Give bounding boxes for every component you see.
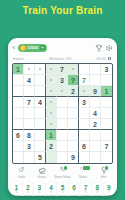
- cell-r2c7[interactable]: 7: [79, 75, 90, 86]
- eraser-icon: [38, 166, 46, 174]
- cell-r1c6[interactable]: [68, 64, 79, 75]
- cell-r6c4[interactable]: [46, 119, 57, 130]
- cell-r3c9[interactable]: 1: [101, 86, 112, 97]
- cell-r9c7[interactable]: [79, 152, 90, 163]
- cell-r8c7[interactable]: 6: [79, 141, 90, 152]
- cell-r8c5[interactable]: [57, 141, 68, 152]
- cell-r8c8[interactable]: [90, 141, 101, 152]
- cell-r3c6[interactable]: 2: [68, 86, 79, 97]
- erase-button[interactable]: Erase: [33, 166, 52, 181]
- cell-r5c2[interactable]: [24, 108, 35, 119]
- key-remaining-count: 7: [108, 191, 110, 195]
- cell-r5c6[interactable]: [68, 108, 79, 119]
- key-remaining-count: 7: [73, 191, 75, 195]
- back-icon[interactable]: ‹: [12, 43, 16, 52]
- cell-r5c9[interactable]: [101, 108, 112, 119]
- cell-r3c1[interactable]: [13, 86, 24, 97]
- pause-icon[interactable]: [107, 56, 112, 62]
- cell-r8c4[interactable]: 2: [46, 141, 57, 152]
- cell-r6c3[interactable]: [35, 119, 46, 130]
- cell-r9c9[interactable]: [101, 152, 112, 163]
- cell-r1c7[interactable]: [79, 64, 90, 75]
- status-bar: Expert Mistakes: 0/3 00:00: [13, 55, 112, 62]
- cell-r7c1[interactable]: 6: [13, 130, 24, 141]
- cell-r6c2[interactable]: [24, 119, 35, 130]
- cell-r6c9[interactable]: [101, 119, 112, 130]
- difficulty-label: Expert: [13, 57, 24, 61]
- cell-r4c4[interactable]: [46, 97, 57, 108]
- cell-r2c3[interactable]: [35, 75, 46, 86]
- pencil-badge-icon: ✎: [59, 166, 67, 174]
- key-remaining-count: 8: [96, 191, 98, 195]
- cell-r4c5[interactable]: [57, 97, 68, 108]
- cell-r2c1[interactable]: [13, 75, 24, 86]
- add-coins-button[interactable]: +: [40, 45, 45, 50]
- cell-r6c5[interactable]: [57, 119, 68, 130]
- cell-r9c1[interactable]: [13, 152, 24, 163]
- action-label: Hint: [101, 175, 106, 179]
- cell-r8c2[interactable]: 3: [24, 141, 35, 152]
- cell-r3c7[interactable]: [79, 86, 90, 97]
- cell-r2c4[interactable]: [46, 75, 57, 86]
- smart-notes-button[interactable]: ✎Smart Notes: [53, 166, 72, 181]
- cell-r9c4[interactable]: [46, 152, 57, 163]
- numpad-key-4[interactable]: 46: [46, 183, 57, 195]
- cell-r8c6[interactable]: [68, 141, 79, 152]
- action-label: Notes: [79, 175, 87, 179]
- numpad-key-3[interactable]: 35: [34, 183, 45, 195]
- badge-pill: [82, 165, 91, 171]
- numpad-key-5[interactable]: 58: [57, 183, 68, 195]
- cell-r2c9[interactable]: [101, 75, 112, 86]
- cell-r5c8[interactable]: 4: [90, 108, 101, 119]
- cell-r1c5[interactable]: 7: [57, 64, 68, 75]
- key-remaining-count: 6: [27, 191, 29, 195]
- cell-r3c2[interactable]: [24, 86, 35, 97]
- coin-balance-pill[interactable]: 12500 +: [18, 44, 47, 52]
- hint-button[interactable]: Hint: [94, 166, 113, 181]
- undo-icon: ↺: [18, 166, 26, 174]
- coin-icon: [20, 45, 26, 51]
- cell-r1c9[interactable]: 3: [101, 64, 112, 75]
- action-label: Undo: [18, 175, 25, 179]
- cell-r9c2[interactable]: [24, 152, 35, 163]
- cell-r7c6[interactable]: [68, 130, 79, 141]
- cell-r4c6[interactable]: [68, 97, 79, 108]
- cell-r4c3[interactable]: 4: [35, 97, 46, 108]
- cell-r5c7[interactable]: [79, 108, 90, 119]
- cell-r7c8[interactable]: [90, 130, 101, 141]
- cell-r2c2[interactable]: 4: [24, 75, 35, 86]
- cell-r3c3[interactable]: [35, 86, 46, 97]
- numpad-key-8[interactable]: 88: [92, 183, 103, 195]
- cell-r2c6[interactable]: ?: [68, 75, 79, 86]
- cell-r8c9[interactable]: 7: [101, 141, 112, 152]
- notes-button[interactable]: ✎Notes: [74, 166, 93, 181]
- cell-r1c4[interactable]: [46, 64, 57, 75]
- key-remaining-count: 6: [15, 191, 17, 195]
- cell-r5c5[interactable]: [57, 108, 68, 119]
- settings-gear-icon[interactable]: [105, 44, 113, 52]
- cell-r8c1[interactable]: [13, 141, 24, 152]
- action-buttons-row: ↺UndoErase✎Smart Notes✎NotesHint: [12, 166, 113, 181]
- cell-r4c1[interactable]: [13, 97, 24, 108]
- screenshot: Train Your Brain ‹ 12500 +: [0, 0, 125, 200]
- cell-r4c9[interactable]: [101, 97, 112, 108]
- cell-r1c1[interactable]: 1: [13, 64, 24, 75]
- cell-r6c6[interactable]: [68, 119, 79, 130]
- pencil-toggle-icon: ✎: [79, 166, 87, 174]
- cell-r6c1[interactable]: [13, 119, 24, 130]
- numpad-key-6[interactable]: 67: [69, 183, 80, 195]
- cell-r6c7[interactable]: [79, 119, 90, 130]
- coin-amount: 12500: [27, 45, 38, 50]
- key-remaining-count: 5: [39, 191, 41, 195]
- key-remaining-count: 5: [85, 191, 87, 195]
- numpad-key-2[interactable]: 26: [23, 183, 34, 195]
- key-remaining-count: 6: [50, 191, 52, 195]
- cell-r1c3[interactable]: [35, 64, 46, 75]
- cell-r7c3[interactable]: [35, 130, 46, 141]
- cell-r5c3[interactable]: [35, 108, 46, 119]
- phone-mockup: ‹ 12500 + Expert: [8, 38, 117, 196]
- badge-dot: [63, 165, 69, 171]
- cell-r4c7[interactable]: 3: [79, 97, 90, 108]
- undo-button[interactable]: ↺Undo: [12, 166, 31, 181]
- cell-r9c5[interactable]: [57, 152, 68, 163]
- cell-r1c8[interactable]: [90, 64, 101, 75]
- sudoku-grid: 17343?729174342681326759: [12, 63, 113, 164]
- cell-r8c3[interactable]: [35, 141, 46, 152]
- numpad-key-1[interactable]: 16: [11, 183, 22, 195]
- top-bar: ‹ 12500 +: [12, 42, 113, 53]
- cell-r7c2[interactable]: 8: [24, 130, 35, 141]
- cell-r4c8[interactable]: [90, 97, 101, 108]
- timer-value: 00:00: [96, 57, 106, 61]
- action-label: Smart Notes: [54, 175, 71, 179]
- numpad-key-9[interactable]: 97: [104, 183, 115, 195]
- page-title: Train Your Brain: [0, 5, 125, 16]
- bulb-icon: [100, 166, 108, 174]
- badge-dot: [104, 165, 110, 171]
- cell-r5c4[interactable]: [46, 108, 57, 119]
- cell-r2c5[interactable]: 3: [57, 75, 68, 86]
- action-label: Erase: [38, 175, 46, 179]
- key-remaining-count: 8: [62, 191, 64, 195]
- cell-r7c5[interactable]: [57, 130, 68, 141]
- cell-r7c4[interactable]: 1: [46, 130, 57, 141]
- cell-r9c8[interactable]: [90, 152, 101, 163]
- cell-r6c8[interactable]: 2: [90, 119, 101, 130]
- mistakes-label: Mistakes: 0/3: [49, 57, 71, 61]
- cell-r1c2[interactable]: [24, 64, 35, 75]
- number-pad: 162635465867758897: [11, 183, 114, 195]
- cell-r5c1[interactable]: [13, 108, 24, 119]
- cell-r3c5[interactable]: [57, 86, 68, 97]
- cell-r9c6[interactable]: 9: [68, 152, 79, 163]
- cell-r3c4[interactable]: [46, 86, 57, 97]
- cell-r3c8[interactable]: 9: [90, 86, 101, 97]
- cell-r2c8[interactable]: [90, 75, 101, 86]
- cell-r4c2[interactable]: 7: [24, 97, 35, 108]
- cell-r7c9[interactable]: [101, 130, 112, 141]
- trophy-icon[interactable]: [95, 44, 103, 52]
- cell-r9c3[interactable]: 5: [35, 152, 46, 163]
- numpad-key-7[interactable]: 75: [80, 183, 91, 195]
- cell-r7c7[interactable]: [79, 130, 90, 141]
